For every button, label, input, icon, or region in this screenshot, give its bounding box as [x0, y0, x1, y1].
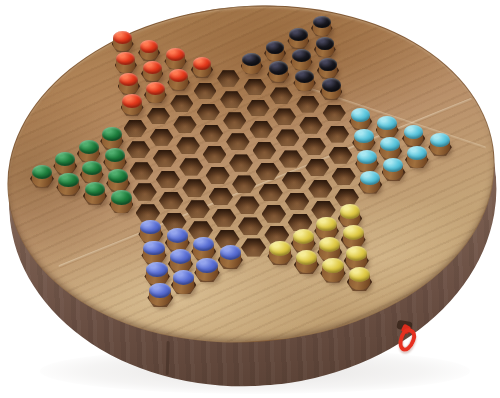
product-photo-canvas	[0, 0, 500, 398]
wood-seam	[296, 83, 487, 149]
rim-joint-line	[166, 341, 170, 375]
